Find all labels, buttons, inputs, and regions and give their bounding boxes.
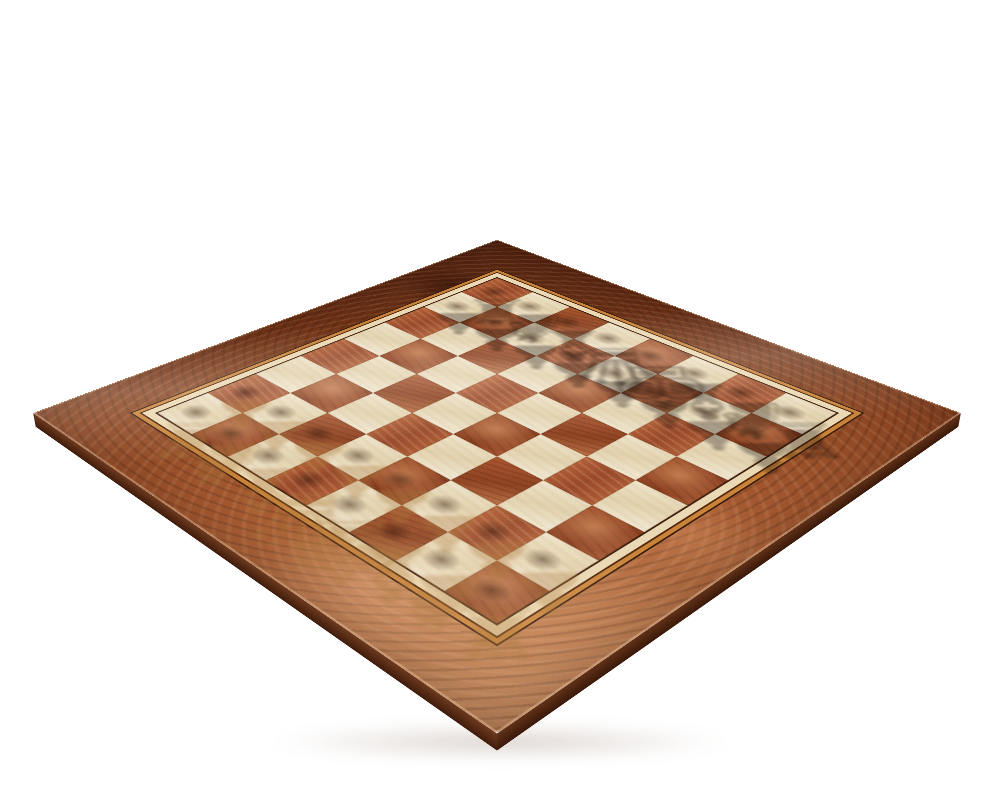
product-photo-scene: ♜♞♟♝♟♛♟♚♟♝♟♞♟♟♜♟♟♜♟♟♞♟♝♟♛♟♚♟♝♟♞♜ ♜♞♟♝♟♛♟…: [0, 0, 1000, 800]
chess-board: ♜♞♟♝♟♛♟♚♟♝♟♞♟♟♜♟♟♜♟♟♞♟♝♟♛♟♚♟♝♟♞♜ ♜♞♟♝♟♛♟…: [33, 240, 961, 734]
